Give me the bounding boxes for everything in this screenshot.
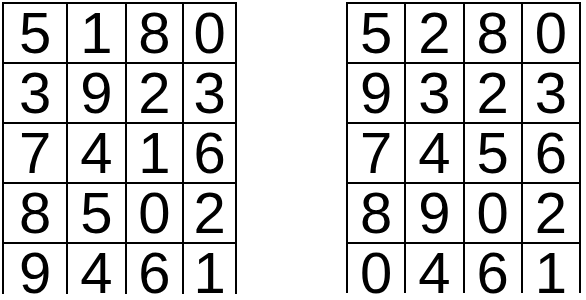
cell-right-r3c3[interactable]: 2 — [523, 184, 579, 242]
cell-left-r4c1[interactable]: 4 — [68, 244, 125, 300]
cell-right-r4c0[interactable]: 0 — [348, 244, 404, 300]
cell-left-r2c0[interactable]: 7 — [4, 124, 66, 182]
cell-left-r2c2[interactable]: 1 — [127, 124, 183, 182]
cell-right-r0c1[interactable]: 2 — [406, 4, 462, 62]
cell-right-r4c2[interactable]: 6 — [465, 244, 521, 300]
cell-left-r0c2[interactable]: 8 — [127, 4, 183, 62]
cell-left-r0c0[interactable]: 5 — [4, 4, 66, 62]
cell-right-r0c0[interactable]: 5 — [348, 4, 404, 62]
cell-left-r3c1[interactable]: 5 — [68, 184, 125, 242]
cell-left-r4c0[interactable]: 9 — [4, 244, 66, 300]
cell-right-r2c3[interactable]: 6 — [523, 124, 579, 182]
cell-left-r2c1[interactable]: 4 — [68, 124, 125, 182]
cell-left-r4c2[interactable]: 6 — [127, 244, 183, 300]
cell-right-r1c1[interactable]: 3 — [406, 64, 462, 122]
cell-left-r4c3[interactable]: 1 — [184, 244, 235, 300]
cell-right-r1c2[interactable]: 2 — [465, 64, 521, 122]
cell-right-r2c0[interactable]: 7 — [348, 124, 404, 182]
cell-left-r0c1[interactable]: 1 — [68, 4, 125, 62]
left-digit-grid: 5 1 8 0 3 9 2 3 7 4 1 6 8 5 0 2 9 4 6 1 — [2, 2, 237, 294]
cell-left-r3c3[interactable]: 2 — [184, 184, 235, 242]
right-digit-grid: 5 2 8 0 9 3 2 3 7 4 5 6 8 9 0 2 0 4 6 1 — [346, 2, 581, 293]
cell-right-r1c3[interactable]: 3 — [523, 64, 579, 122]
cell-right-r3c0[interactable]: 8 — [348, 184, 404, 242]
cell-left-r1c0[interactable]: 3 — [4, 64, 66, 122]
cell-left-r2c3[interactable]: 6 — [184, 124, 235, 182]
cell-left-r1c2[interactable]: 2 — [127, 64, 183, 122]
cell-right-r4c3[interactable]: 1 — [523, 244, 579, 300]
cell-right-r0c2[interactable]: 8 — [465, 4, 521, 62]
cell-left-r0c3[interactable]: 0 — [184, 4, 235, 62]
cell-right-r3c2[interactable]: 0 — [465, 184, 521, 242]
cell-right-r0c3[interactable]: 0 — [523, 4, 579, 62]
cell-right-r2c1[interactable]: 4 — [406, 124, 462, 182]
cell-left-r3c0[interactable]: 8 — [4, 184, 66, 242]
cell-right-r1c0[interactable]: 9 — [348, 64, 404, 122]
cell-left-r3c2[interactable]: 0 — [127, 184, 183, 242]
cell-left-r1c3[interactable]: 3 — [184, 64, 235, 122]
puzzle-canvas: 5 1 8 0 3 9 2 3 7 4 1 6 8 5 0 2 9 4 6 1 … — [0, 0, 586, 300]
cell-right-r3c1[interactable]: 9 — [406, 184, 462, 242]
cell-right-r4c1[interactable]: 4 — [406, 244, 462, 300]
cell-right-r2c2[interactable]: 5 — [465, 124, 521, 182]
cell-left-r1c1[interactable]: 9 — [68, 64, 125, 122]
